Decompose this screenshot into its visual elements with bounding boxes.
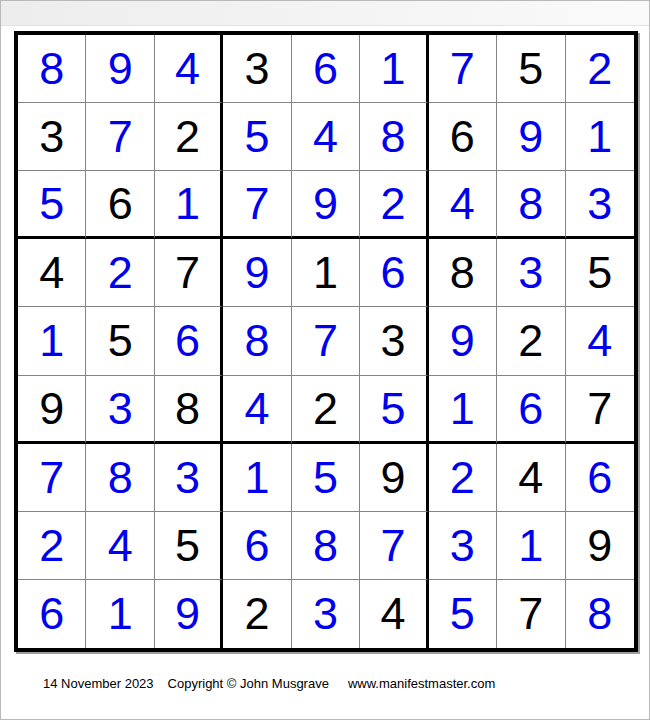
sudoku-cell-r5c1: 1	[18, 307, 86, 375]
sudoku-cell-r4c1: 4	[18, 239, 86, 307]
sudoku-cell-r6c1: 9	[18, 376, 86, 444]
sudoku-cell-r3c8: 8	[497, 171, 565, 239]
sudoku-cell-r7c9: 6	[566, 444, 634, 512]
sudoku-cell-r1c4: 3	[223, 35, 291, 103]
sudoku-cell-r1c7: 7	[429, 35, 497, 103]
sudoku-cell-r4c9: 5	[566, 239, 634, 307]
sudoku-cell-r2c3: 2	[155, 103, 223, 171]
sudoku-cell-r5c8: 2	[497, 307, 565, 375]
sudoku-cell-r3c3: 1	[155, 171, 223, 239]
sudoku-cell-r2c1: 3	[18, 103, 86, 171]
sudoku-cell-r4c5: 1	[292, 239, 360, 307]
sudoku-cell-r3c2: 6	[86, 171, 154, 239]
sudoku-cell-r2c7: 6	[429, 103, 497, 171]
sudoku-cell-r9c2: 1	[86, 580, 154, 648]
sudoku-cell-r5c2: 5	[86, 307, 154, 375]
sudoku-cell-r1c6: 1	[360, 35, 428, 103]
sudoku-cell-r6c7: 1	[429, 376, 497, 444]
sudoku-cell-r9c6: 4	[360, 580, 428, 648]
sudoku-cell-r7c6: 9	[360, 444, 428, 512]
sudoku-cell-r6c5: 2	[292, 376, 360, 444]
sudoku-cell-r3c9: 3	[566, 171, 634, 239]
sudoku-cell-r7c4: 1	[223, 444, 291, 512]
sudoku-cell-r8c2: 4	[86, 512, 154, 580]
sudoku-cell-r4c2: 2	[86, 239, 154, 307]
sudoku-cell-r6c4: 4	[223, 376, 291, 444]
sudoku-cell-r2c6: 8	[360, 103, 428, 171]
sudoku-cell-r4c4: 9	[223, 239, 291, 307]
sudoku-cell-r9c5: 3	[292, 580, 360, 648]
sudoku-cell-r8c7: 3	[429, 512, 497, 580]
sudoku-cell-r2c9: 1	[566, 103, 634, 171]
sudoku-cell-r5c9: 4	[566, 307, 634, 375]
sudoku-cell-r9c8: 7	[497, 580, 565, 648]
sudoku-board: 8943617523725486915617924834279168351568…	[14, 31, 638, 652]
sudoku-cell-r6c2: 3	[86, 376, 154, 444]
sudoku-cell-r7c7: 2	[429, 444, 497, 512]
sudoku-cell-r1c8: 5	[497, 35, 565, 103]
top-toolbar-strip	[1, 1, 649, 26]
footer-copyright: Copyright © John Musgrave	[168, 676, 329, 691]
sudoku-cell-r1c9: 2	[566, 35, 634, 103]
footer-date: 14 November 2023	[43, 676, 154, 691]
sudoku-cell-r7c8: 4	[497, 444, 565, 512]
sudoku-cell-r7c1: 7	[18, 444, 86, 512]
sudoku-cell-r4c7: 8	[429, 239, 497, 307]
sudoku-cell-r9c7: 5	[429, 580, 497, 648]
sudoku-cell-r3c5: 9	[292, 171, 360, 239]
sudoku-cell-r3c6: 2	[360, 171, 428, 239]
sudoku-cell-r5c3: 6	[155, 307, 223, 375]
sudoku-cell-r2c2: 7	[86, 103, 154, 171]
sudoku-cell-r8c8: 1	[497, 512, 565, 580]
sudoku-cell-r5c6: 3	[360, 307, 428, 375]
sudoku-cell-r3c1: 5	[18, 171, 86, 239]
sudoku-cell-r5c4: 8	[223, 307, 291, 375]
sudoku-cell-r6c3: 8	[155, 376, 223, 444]
sudoku-cell-r2c4: 5	[223, 103, 291, 171]
sudoku-cell-r8c4: 6	[223, 512, 291, 580]
sudoku-cell-r9c1: 6	[18, 580, 86, 648]
sudoku-cell-r8c6: 7	[360, 512, 428, 580]
footer-website: www.manifestmaster.com	[348, 676, 495, 691]
sudoku-cell-r9c4: 2	[223, 580, 291, 648]
sudoku-cell-r7c2: 8	[86, 444, 154, 512]
sudoku-cell-r8c5: 8	[292, 512, 360, 580]
sudoku-cell-r2c5: 4	[292, 103, 360, 171]
sudoku-cell-r4c8: 3	[497, 239, 565, 307]
sudoku-cell-r8c3: 5	[155, 512, 223, 580]
sudoku-cell-r1c3: 4	[155, 35, 223, 103]
footer: 14 November 2023 Copyright © John Musgra…	[43, 676, 495, 691]
page: 8943617523725486915617924834279168351568…	[0, 0, 650, 720]
sudoku-cell-r4c6: 6	[360, 239, 428, 307]
sudoku-cell-r1c2: 9	[86, 35, 154, 103]
sudoku-cell-r6c9: 7	[566, 376, 634, 444]
sudoku-cell-r9c9: 8	[566, 580, 634, 648]
sudoku-cell-r8c9: 9	[566, 512, 634, 580]
sudoku-cell-r8c1: 2	[18, 512, 86, 580]
sudoku-cell-r5c7: 9	[429, 307, 497, 375]
sudoku-cell-r3c7: 4	[429, 171, 497, 239]
sudoku-cell-r7c3: 3	[155, 444, 223, 512]
sudoku-cell-r2c8: 9	[497, 103, 565, 171]
sudoku-cell-r1c1: 8	[18, 35, 86, 103]
sudoku-cell-r5c5: 7	[292, 307, 360, 375]
sudoku-cell-r1c5: 6	[292, 35, 360, 103]
sudoku-cell-r9c3: 9	[155, 580, 223, 648]
sudoku-cell-r7c5: 5	[292, 444, 360, 512]
sudoku-cell-r3c4: 7	[223, 171, 291, 239]
sudoku-cell-r4c3: 7	[155, 239, 223, 307]
sudoku-cell-r6c6: 5	[360, 376, 428, 444]
sudoku-cell-r6c8: 6	[497, 376, 565, 444]
